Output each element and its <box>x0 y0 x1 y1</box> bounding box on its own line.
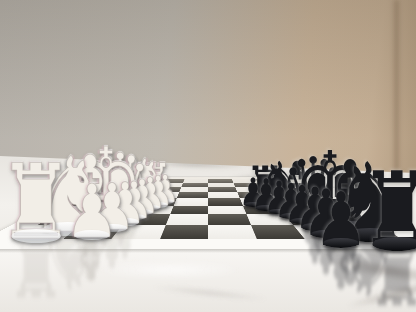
glass-base <box>11 229 60 243</box>
glass-base <box>323 238 358 248</box>
white-rook: ♜ <box>0 150 74 254</box>
pieces-layer: ♜♟♞♟♝♟♛♟♚♟♝♟♞♟♜♟♜♟♞♟♝♟♛♟♚♟♝♟♞♟♜♟ <box>0 0 416 312</box>
black-pawn: ♟ <box>314 182 368 256</box>
chess-photo-scene: ♝♟♞♟♜♟♝♟♞♟♜♟ ♜♟♞♟♝♟♛♟♚♟♝♟♞♟♜♟♜♟♞♟♝♟♛♟♚♟♝… <box>0 0 416 312</box>
glass-base <box>74 230 109 240</box>
white-pawn: ♟ <box>65 174 119 248</box>
glass-base <box>372 237 416 251</box>
